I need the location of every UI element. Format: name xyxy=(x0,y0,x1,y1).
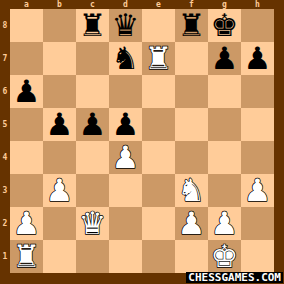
white-pawn-b3: ♟ xyxy=(46,174,74,207)
square-d2[interactable] xyxy=(109,207,142,240)
square-b3[interactable]: ♟ xyxy=(43,174,76,207)
square-d1[interactable] xyxy=(109,240,142,273)
rank-label-2: 2 xyxy=(0,207,10,240)
square-g6[interactable] xyxy=(208,75,241,108)
square-h8[interactable] xyxy=(241,9,274,42)
black-pawn-d5: ♟ xyxy=(112,108,140,141)
white-king-g1: ♚ xyxy=(211,240,239,273)
square-g3[interactable] xyxy=(208,174,241,207)
white-pawn-h3: ♟ xyxy=(244,174,272,207)
chess-board: ♜♛♜♚♞♜♟♟♟♟♟♟♟♟♞♟♟♛♟♟♜♚ xyxy=(10,9,274,273)
square-b6[interactable] xyxy=(43,75,76,108)
black-pawn-h7: ♟ xyxy=(244,42,272,75)
rank-label-4: 4 xyxy=(0,141,10,174)
white-pawn-a2: ♟ xyxy=(13,207,41,240)
square-h4[interactable] xyxy=(241,141,274,174)
chessgames-watermark: CHESSGAMES.COM xyxy=(186,272,283,283)
square-f7[interactable] xyxy=(175,42,208,75)
square-g8[interactable]: ♚ xyxy=(208,9,241,42)
square-c6[interactable] xyxy=(76,75,109,108)
square-f8[interactable]: ♜ xyxy=(175,9,208,42)
square-a6[interactable]: ♟ xyxy=(10,75,43,108)
square-h3[interactable]: ♟ xyxy=(241,174,274,207)
square-b1[interactable] xyxy=(43,240,76,273)
black-queen-d8: ♛ xyxy=(112,9,140,42)
square-g4[interactable] xyxy=(208,141,241,174)
square-f6[interactable] xyxy=(175,75,208,108)
square-c3[interactable] xyxy=(76,174,109,207)
square-b4[interactable] xyxy=(43,141,76,174)
square-d7[interactable]: ♞ xyxy=(109,42,142,75)
square-e7[interactable]: ♜ xyxy=(142,42,175,75)
square-f2[interactable]: ♟ xyxy=(175,207,208,240)
black-pawn-b5: ♟ xyxy=(46,108,74,141)
square-c7[interactable] xyxy=(76,42,109,75)
square-b7[interactable] xyxy=(43,42,76,75)
rank-labels: 87654321 xyxy=(0,9,10,273)
rank-label-8: 8 xyxy=(0,9,10,42)
white-rook-e7: ♜ xyxy=(145,42,173,75)
square-g1[interactable]: ♚ xyxy=(208,240,241,273)
white-knight-f3: ♞ xyxy=(178,174,206,207)
black-rook-f8: ♜ xyxy=(178,9,206,42)
square-c5[interactable]: ♟ xyxy=(76,108,109,141)
square-d5[interactable]: ♟ xyxy=(109,108,142,141)
square-g5[interactable] xyxy=(208,108,241,141)
square-h7[interactable]: ♟ xyxy=(241,42,274,75)
rank-label-7: 7 xyxy=(0,42,10,75)
square-e4[interactable] xyxy=(142,141,175,174)
square-f4[interactable] xyxy=(175,141,208,174)
square-h5[interactable] xyxy=(241,108,274,141)
square-g7[interactable]: ♟ xyxy=(208,42,241,75)
white-pawn-d4: ♟ xyxy=(112,141,140,174)
rank-label-3: 3 xyxy=(0,174,10,207)
square-e2[interactable] xyxy=(142,207,175,240)
square-a4[interactable] xyxy=(10,141,43,174)
square-f5[interactable] xyxy=(175,108,208,141)
chess-diagram-frame: abcdefgh 87654321 ♜♛♜♚♞♜♟♟♟♟♟♟♟♟♞♟♟♛♟♟♜♚… xyxy=(0,0,284,284)
white-rook-a1: ♜ xyxy=(13,240,41,273)
rank-label-1: 1 xyxy=(0,240,10,273)
square-h1[interactable] xyxy=(241,240,274,273)
square-e8[interactable] xyxy=(142,9,175,42)
square-b5[interactable]: ♟ xyxy=(43,108,76,141)
square-a2[interactable]: ♟ xyxy=(10,207,43,240)
square-h2[interactable] xyxy=(241,207,274,240)
black-king-g8: ♚ xyxy=(211,9,239,42)
square-e6[interactable] xyxy=(142,75,175,108)
white-queen-c2: ♛ xyxy=(79,207,107,240)
square-b8[interactable] xyxy=(43,9,76,42)
black-pawn-a6: ♟ xyxy=(13,75,41,108)
square-a8[interactable] xyxy=(10,9,43,42)
square-a3[interactable] xyxy=(10,174,43,207)
black-rook-c8: ♜ xyxy=(79,9,107,42)
square-g2[interactable]: ♟ xyxy=(208,207,241,240)
square-e1[interactable] xyxy=(142,240,175,273)
square-b2[interactable] xyxy=(43,207,76,240)
square-c8[interactable]: ♜ xyxy=(76,9,109,42)
square-f3[interactable]: ♞ xyxy=(175,174,208,207)
white-pawn-f2: ♟ xyxy=(178,207,206,240)
square-e5[interactable] xyxy=(142,108,175,141)
square-e3[interactable] xyxy=(142,174,175,207)
square-c4[interactable] xyxy=(76,141,109,174)
square-d8[interactable]: ♛ xyxy=(109,9,142,42)
rank-label-5: 5 xyxy=(0,108,10,141)
black-pawn-g7: ♟ xyxy=(211,42,239,75)
square-d3[interactable] xyxy=(109,174,142,207)
square-a1[interactable]: ♜ xyxy=(10,240,43,273)
black-pawn-c5: ♟ xyxy=(79,108,107,141)
white-pawn-g2: ♟ xyxy=(211,207,239,240)
square-c1[interactable] xyxy=(76,240,109,273)
square-d6[interactable] xyxy=(109,75,142,108)
square-a5[interactable] xyxy=(10,108,43,141)
black-knight-d7: ♞ xyxy=(112,42,140,75)
rank-label-6: 6 xyxy=(0,75,10,108)
square-d4[interactable]: ♟ xyxy=(109,141,142,174)
square-h6[interactable] xyxy=(241,75,274,108)
square-f1[interactable] xyxy=(175,240,208,273)
square-a7[interactable] xyxy=(10,42,43,75)
square-c2[interactable]: ♛ xyxy=(76,207,109,240)
